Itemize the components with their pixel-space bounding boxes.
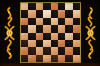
square-h2[interactable] <box>73 47 80 54</box>
square-c1[interactable] <box>36 55 43 62</box>
square-e6[interactable] <box>51 18 58 25</box>
square-b4[interactable] <box>28 33 35 40</box>
square-g2[interactable] <box>65 47 72 54</box>
square-g5[interactable] <box>65 25 72 32</box>
square-a1[interactable] <box>21 55 28 62</box>
square-f6[interactable] <box>58 18 65 25</box>
square-f3[interactable] <box>58 40 65 47</box>
square-c2[interactable] <box>36 47 43 54</box>
square-h8[interactable] <box>73 3 80 10</box>
square-a2[interactable] <box>21 47 28 54</box>
square-d4[interactable] <box>43 33 50 40</box>
square-b5[interactable] <box>28 25 35 32</box>
square-e5[interactable] <box>51 25 58 32</box>
square-f4[interactable] <box>58 33 65 40</box>
square-h5[interactable] <box>73 25 80 32</box>
square-d8[interactable] <box>43 3 50 10</box>
square-c3[interactable] <box>36 40 43 47</box>
square-a7[interactable] <box>21 10 28 17</box>
square-g3[interactable] <box>65 40 72 47</box>
square-c4[interactable] <box>36 33 43 40</box>
square-a6[interactable] <box>21 18 28 25</box>
square-c8[interactable] <box>36 3 43 10</box>
square-f8[interactable] <box>58 3 65 10</box>
square-f1[interactable] <box>58 55 65 62</box>
chessboard-photo <box>0 0 100 66</box>
square-a4[interactable] <box>21 33 28 40</box>
square-d5[interactable] <box>43 25 50 32</box>
square-h6[interactable] <box>73 18 80 25</box>
square-c7[interactable] <box>36 10 43 17</box>
square-h1[interactable] <box>73 55 80 62</box>
square-b3[interactable] <box>28 40 35 47</box>
square-b6[interactable] <box>28 18 35 25</box>
square-e3[interactable] <box>51 40 58 47</box>
right-inlay-ornament <box>83 7 98 59</box>
square-h7[interactable] <box>73 10 80 17</box>
square-g6[interactable] <box>65 18 72 25</box>
square-e7[interactable] <box>51 10 58 17</box>
square-b7[interactable] <box>28 10 35 17</box>
square-b8[interactable] <box>28 3 35 10</box>
square-g4[interactable] <box>65 33 72 40</box>
square-e8[interactable] <box>51 3 58 10</box>
square-f5[interactable] <box>58 25 65 32</box>
square-a5[interactable] <box>21 25 28 32</box>
square-h3[interactable] <box>73 40 80 47</box>
chess-board <box>20 2 81 63</box>
square-a3[interactable] <box>21 40 28 47</box>
arabesque-icon <box>2 7 17 59</box>
arabesque-icon <box>83 7 98 59</box>
square-h4[interactable] <box>73 33 80 40</box>
square-c5[interactable] <box>36 25 43 32</box>
square-f2[interactable] <box>58 47 65 54</box>
square-b1[interactable] <box>28 55 35 62</box>
square-c6[interactable] <box>36 18 43 25</box>
square-g8[interactable] <box>65 3 72 10</box>
square-d7[interactable] <box>43 10 50 17</box>
square-e1[interactable] <box>51 55 58 62</box>
square-g1[interactable] <box>65 55 72 62</box>
square-g7[interactable] <box>65 10 72 17</box>
square-a8[interactable] <box>21 3 28 10</box>
left-inlay-ornament <box>2 7 17 59</box>
square-d2[interactable] <box>43 47 50 54</box>
square-f7[interactable] <box>58 10 65 17</box>
square-d6[interactable] <box>43 18 50 25</box>
square-d1[interactable] <box>43 55 50 62</box>
square-e2[interactable] <box>51 47 58 54</box>
square-d3[interactable] <box>43 40 50 47</box>
square-b2[interactable] <box>28 47 35 54</box>
square-e4[interactable] <box>51 33 58 40</box>
